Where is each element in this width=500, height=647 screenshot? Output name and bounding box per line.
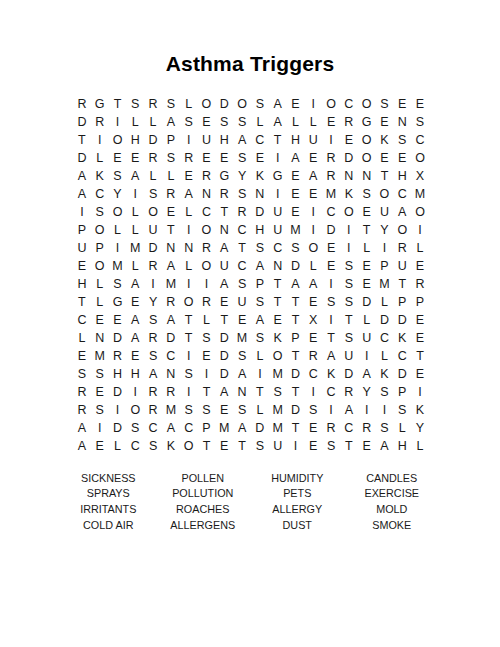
grid-cell-r4c11[interactable]: E (251, 149, 269, 167)
grid-cell-r14c8[interactable]: S (198, 329, 216, 347)
grid-cell-r4c19[interactable]: E (393, 149, 411, 167)
grid-cell-r2c5[interactable]: L (144, 113, 162, 131)
grid-cell-r10c1[interactable]: E (73, 257, 91, 275)
grid-cell-r11c11[interactable]: P (251, 275, 269, 293)
grid-cell-r1c20[interactable]: E (411, 95, 429, 113)
grid-cell-r1c12[interactable]: A (269, 95, 287, 113)
grid-cell-r12c7[interactable]: O (180, 293, 198, 311)
grid-cell-r10c15[interactable]: E (322, 257, 340, 275)
grid-cell-r11c12[interactable]: T (269, 275, 287, 293)
grid-cell-r1c15[interactable]: O (322, 95, 340, 113)
grid-cell-r5c20[interactable]: X (411, 167, 429, 185)
grid-cell-r2c18[interactable]: E (376, 113, 394, 131)
grid-cell-r15c1[interactable]: E (73, 347, 91, 365)
grid-cell-r19c15[interactable]: R (322, 419, 340, 437)
grid-cell-r18c11[interactable]: L (251, 401, 269, 419)
grid-cell-r17c10[interactable]: N (233, 383, 251, 401)
grid-cell-r14c20[interactable]: E (411, 329, 429, 347)
grid-cell-r14c7[interactable]: T (180, 329, 198, 347)
grid-cell-r20c4[interactable]: C (126, 437, 144, 455)
grid-cell-r16c8[interactable]: I (198, 365, 216, 383)
grid-cell-r2c12[interactable]: A (269, 113, 287, 131)
grid-cell-r9c4[interactable]: M (126, 239, 144, 257)
grid-cell-r15c18[interactable]: L (376, 347, 394, 365)
grid-cell-r12c3[interactable]: G (109, 293, 127, 311)
grid-cell-r5c16[interactable]: N (340, 167, 358, 185)
grid-cell-r8c15[interactable]: D (322, 221, 340, 239)
grid-cell-r2c17[interactable]: G (358, 113, 376, 131)
grid-cell-r18c3[interactable]: I (109, 401, 127, 419)
grid-cell-r7c8[interactable]: C (198, 203, 216, 221)
grid-cell-r7c19[interactable]: A (393, 203, 411, 221)
grid-cell-r12c19[interactable]: P (393, 293, 411, 311)
grid-cell-r8c16[interactable]: I (340, 221, 358, 239)
grid-cell-r16c2[interactable]: S (91, 365, 109, 383)
grid-cell-r9c1[interactable]: U (73, 239, 91, 257)
grid-cell-r3c9[interactable]: H (215, 131, 233, 149)
grid-cell-r4c8[interactable]: E (198, 149, 216, 167)
grid-cell-r8c2[interactable]: O (91, 221, 109, 239)
grid-cell-r14c11[interactable]: S (251, 329, 269, 347)
grid-cell-r4c13[interactable]: A (287, 149, 305, 167)
grid-cell-r19c12[interactable]: M (269, 419, 287, 437)
grid-cell-r1c14[interactable]: I (304, 95, 322, 113)
grid-cell-r18c13[interactable]: D (287, 401, 305, 419)
grid-cell-r16c5[interactable]: A (144, 365, 162, 383)
grid-cell-r5c9[interactable]: G (215, 167, 233, 185)
grid-cell-r12c6[interactable]: R (162, 293, 180, 311)
grid-cell-r17c1[interactable]: R (73, 383, 91, 401)
grid-cell-r20c10[interactable]: T (233, 437, 251, 455)
grid-cell-r3c4[interactable]: H (126, 131, 144, 149)
grid-cell-r11c9[interactable]: A (215, 275, 233, 293)
grid-cell-r16c7[interactable]: S (180, 365, 198, 383)
grid-cell-r16c10[interactable]: A (233, 365, 251, 383)
grid-cell-r11c7[interactable]: I (180, 275, 198, 293)
grid-cell-r16c12[interactable]: M (269, 365, 287, 383)
grid-cell-r14c1[interactable]: L (73, 329, 91, 347)
grid-cell-r14c10[interactable]: M (233, 329, 251, 347)
grid-cell-r17c13[interactable]: T (287, 383, 305, 401)
grid-cell-r2c8[interactable]: E (198, 113, 216, 131)
grid-cell-r3c16[interactable]: E (340, 131, 358, 149)
grid-cell-r14c17[interactable]: U (358, 329, 376, 347)
grid-cell-r9c5[interactable]: D (144, 239, 162, 257)
grid-cell-r10c13[interactable]: D (287, 257, 305, 275)
grid-cell-r20c7[interactable]: O (180, 437, 198, 455)
grid-cell-r17c8[interactable]: T (198, 383, 216, 401)
grid-cell-r12c5[interactable]: Y (144, 293, 162, 311)
grid-cell-r17c18[interactable]: S (376, 383, 394, 401)
grid-cell-r10c17[interactable]: E (358, 257, 376, 275)
grid-cell-r7c12[interactable]: U (269, 203, 287, 221)
grid-cell-r3c2[interactable]: I (91, 131, 109, 149)
grid-cell-r18c2[interactable]: S (91, 401, 109, 419)
grid-cell-r16c18[interactable]: K (376, 365, 394, 383)
grid-cell-r11c16[interactable]: S (340, 275, 358, 293)
grid-cell-r4c7[interactable]: R (180, 149, 198, 167)
grid-cell-r17c20[interactable]: I (411, 383, 429, 401)
grid-cell-r1c5[interactable]: R (144, 95, 162, 113)
grid-cell-r8c7[interactable]: I (180, 221, 198, 239)
grid-cell-r12c4[interactable]: E (126, 293, 144, 311)
grid-cell-r19c7[interactable]: C (180, 419, 198, 437)
grid-cell-r9c13[interactable]: S (287, 239, 305, 257)
grid-cell-r7c15[interactable]: C (322, 203, 340, 221)
grid-cell-r1c1[interactable]: R (73, 95, 91, 113)
grid-cell-r2c15[interactable]: E (322, 113, 340, 131)
grid-cell-r7c16[interactable]: O (340, 203, 358, 221)
grid-cell-r20c8[interactable]: T (198, 437, 216, 455)
grid-cell-r16c19[interactable]: D (393, 365, 411, 383)
grid-cell-r11c2[interactable]: L (91, 275, 109, 293)
grid-cell-r7c11[interactable]: D (251, 203, 269, 221)
grid-cell-r18c6[interactable]: M (162, 401, 180, 419)
grid-cell-r12c15[interactable]: S (322, 293, 340, 311)
grid-cell-r15c5[interactable]: S (144, 347, 162, 365)
grid-cell-r20c15[interactable]: S (322, 437, 340, 455)
grid-cell-r17c19[interactable]: P (393, 383, 411, 401)
grid-cell-r17c14[interactable]: I (304, 383, 322, 401)
grid-cell-r12c18[interactable]: L (376, 293, 394, 311)
grid-cell-r20c13[interactable]: I (287, 437, 305, 455)
grid-cell-r8c10[interactable]: C (233, 221, 251, 239)
grid-cell-r3c15[interactable]: I (322, 131, 340, 149)
grid-cell-r6c11[interactable]: N (251, 185, 269, 203)
grid-cell-r20c11[interactable]: S (251, 437, 269, 455)
grid-cell-r5c3[interactable]: S (109, 167, 127, 185)
grid-cell-r6c13[interactable]: E (287, 185, 305, 203)
grid-cell-r16c17[interactable]: A (358, 365, 376, 383)
grid-cell-r19c20[interactable]: Y (411, 419, 429, 437)
grid-cell-r2c16[interactable]: R (340, 113, 358, 131)
grid-cell-r7c20[interactable]: O (411, 203, 429, 221)
grid-cell-r19c10[interactable]: A (233, 419, 251, 437)
grid-cell-r9c19[interactable]: R (393, 239, 411, 257)
grid-cell-r3c14[interactable]: U (304, 131, 322, 149)
grid-cell-r18c14[interactable]: S (304, 401, 322, 419)
grid-cell-r19c5[interactable]: C (144, 419, 162, 437)
grid-cell-r17c15[interactable]: C (322, 383, 340, 401)
grid-cell-r19c13[interactable]: T (287, 419, 305, 437)
grid-cell-r20c14[interactable]: E (304, 437, 322, 455)
grid-cell-r18c16[interactable]: A (340, 401, 358, 419)
grid-cell-r6c6[interactable]: R (162, 185, 180, 203)
grid-cell-r8c9[interactable]: N (215, 221, 233, 239)
grid-cell-r13c5[interactable]: S (144, 311, 162, 329)
grid-cell-r19c2[interactable]: I (91, 419, 109, 437)
grid-cell-r15c20[interactable]: T (411, 347, 429, 365)
grid-cell-r8c11[interactable]: H (251, 221, 269, 239)
grid-cell-r13c15[interactable]: I (322, 311, 340, 329)
grid-cell-r5c2[interactable]: K (91, 167, 109, 185)
grid-cell-r17c7[interactable]: I (180, 383, 198, 401)
grid-cell-r5c5[interactable]: L (144, 167, 162, 185)
grid-cell-r10c5[interactable]: R (144, 257, 162, 275)
grid-cell-r14c4[interactable]: A (126, 329, 144, 347)
grid-cell-r7c4[interactable]: L (126, 203, 144, 221)
grid-cell-r13c1[interactable]: C (73, 311, 91, 329)
grid-cell-r11c19[interactable]: T (393, 275, 411, 293)
grid-cell-r17c6[interactable]: R (162, 383, 180, 401)
grid-cell-r6c20[interactable]: M (411, 185, 429, 203)
grid-cell-r17c2[interactable]: E (91, 383, 109, 401)
grid-cell-r1c18[interactable]: S (376, 95, 394, 113)
grid-cell-r11c17[interactable]: E (358, 275, 376, 293)
grid-cell-r4c9[interactable]: E (215, 149, 233, 167)
grid-cell-r12c14[interactable]: E (304, 293, 322, 311)
grid-cell-r1c11[interactable]: S (251, 95, 269, 113)
grid-cell-r16c9[interactable]: D (215, 365, 233, 383)
grid-cell-r15c19[interactable]: C (393, 347, 411, 365)
grid-cell-r8c5[interactable]: U (144, 221, 162, 239)
grid-cell-r19c9[interactable]: M (215, 419, 233, 437)
grid-cell-r2c11[interactable]: L (251, 113, 269, 131)
grid-cell-r9c10[interactable]: T (233, 239, 251, 257)
grid-cell-r16c15[interactable]: K (322, 365, 340, 383)
grid-cell-r14c15[interactable]: T (322, 329, 340, 347)
grid-cell-r12c16[interactable]: S (340, 293, 358, 311)
grid-cell-r1c13[interactable]: E (287, 95, 305, 113)
grid-cell-r8c19[interactable]: O (393, 221, 411, 239)
grid-cell-r17c12[interactable]: S (269, 383, 287, 401)
grid-cell-r20c9[interactable]: E (215, 437, 233, 455)
grid-cell-r2c20[interactable]: S (411, 113, 429, 131)
grid-cell-r7c5[interactable]: O (144, 203, 162, 221)
grid-cell-r19c8[interactable]: P (198, 419, 216, 437)
grid-cell-r20c2[interactable]: E (91, 437, 109, 455)
grid-cell-r5c17[interactable]: N (358, 167, 376, 185)
grid-cell-r13c18[interactable]: D (376, 311, 394, 329)
grid-cell-r11c15[interactable]: I (322, 275, 340, 293)
grid-cell-r16c16[interactable]: D (340, 365, 358, 383)
grid-cell-r18c17[interactable]: I (358, 401, 376, 419)
grid-cell-r5c4[interactable]: A (126, 167, 144, 185)
grid-cell-r9c7[interactable]: N (180, 239, 198, 257)
grid-cell-r4c5[interactable]: R (144, 149, 162, 167)
grid-cell-r18c8[interactable]: S (198, 401, 216, 419)
grid-cell-r15c6[interactable]: C (162, 347, 180, 365)
grid-cell-r3c10[interactable]: A (233, 131, 251, 149)
grid-cell-r17c9[interactable]: A (215, 383, 233, 401)
grid-cell-r3c17[interactable]: O (358, 131, 376, 149)
grid-cell-r18c18[interactable]: I (376, 401, 394, 419)
grid-cell-r11c20[interactable]: R (411, 275, 429, 293)
grid-cell-r20c20[interactable]: L (411, 437, 429, 455)
grid-cell-r15c10[interactable]: S (233, 347, 251, 365)
grid-cell-r14c2[interactable]: N (91, 329, 109, 347)
grid-cell-r7c6[interactable]: E (162, 203, 180, 221)
grid-cell-r14c12[interactable]: K (269, 329, 287, 347)
grid-cell-r18c1[interactable]: R (73, 401, 91, 419)
grid-cell-r16c3[interactable]: H (109, 365, 127, 383)
grid-cell-r8c8[interactable]: O (198, 221, 216, 239)
grid-cell-r10c10[interactable]: C (233, 257, 251, 275)
grid-cell-r6c12[interactable]: I (269, 185, 287, 203)
grid-cell-r2c9[interactable]: S (215, 113, 233, 131)
grid-cell-r13c12[interactable]: E (269, 311, 287, 329)
grid-cell-r11c13[interactable]: A (287, 275, 305, 293)
grid-cell-r5c10[interactable]: Y (233, 167, 251, 185)
grid-cell-r2c13[interactable]: L (287, 113, 305, 131)
grid-cell-r19c6[interactable]: A (162, 419, 180, 437)
grid-cell-r3c5[interactable]: D (144, 131, 162, 149)
grid-cell-r4c2[interactable]: L (91, 149, 109, 167)
grid-cell-r3c19[interactable]: S (393, 131, 411, 149)
grid-cell-r9c17[interactable]: L (358, 239, 376, 257)
grid-cell-r11c10[interactable]: S (233, 275, 251, 293)
grid-cell-r14c18[interactable]: C (376, 329, 394, 347)
grid-cell-r4c20[interactable]: O (411, 149, 429, 167)
grid-cell-r15c3[interactable]: R (109, 347, 127, 365)
grid-cell-r14c6[interactable]: D (162, 329, 180, 347)
grid-cell-r4c1[interactable]: D (73, 149, 91, 167)
grid-cell-r1c8[interactable]: O (198, 95, 216, 113)
grid-cell-r7c2[interactable]: S (91, 203, 109, 221)
grid-cell-r7c9[interactable]: T (215, 203, 233, 221)
grid-cell-r15c7[interactable]: I (180, 347, 198, 365)
grid-cell-r15c4[interactable]: E (126, 347, 144, 365)
grid-cell-r10c3[interactable]: M (109, 257, 127, 275)
grid-cell-r13c7[interactable]: T (180, 311, 198, 329)
grid-cell-r6c10[interactable]: S (233, 185, 251, 203)
grid-cell-r14c3[interactable]: D (109, 329, 127, 347)
grid-cell-r7c3[interactable]: O (109, 203, 127, 221)
grid-cell-r9c18[interactable]: I (376, 239, 394, 257)
grid-cell-r20c3[interactable]: L (109, 437, 127, 455)
grid-cell-r13c6[interactable]: A (162, 311, 180, 329)
grid-cell-r12c11[interactable]: S (251, 293, 269, 311)
grid-cell-r2c2[interactable]: R (91, 113, 109, 131)
grid-cell-r15c16[interactable]: U (340, 347, 358, 365)
grid-cell-r4c10[interactable]: S (233, 149, 251, 167)
grid-cell-r5c6[interactable]: L (162, 167, 180, 185)
grid-cell-r1c6[interactable]: S (162, 95, 180, 113)
grid-cell-r7c18[interactable]: U (376, 203, 394, 221)
grid-cell-r20c12[interactable]: U (269, 437, 287, 455)
grid-cell-r10c16[interactable]: S (340, 257, 358, 275)
grid-cell-r20c18[interactable]: A (376, 437, 394, 455)
grid-cell-r4c14[interactable]: E (304, 149, 322, 167)
grid-cell-r17c11[interactable]: T (251, 383, 269, 401)
grid-cell-r5c8[interactable]: R (198, 167, 216, 185)
grid-cell-r15c14[interactable]: R (304, 347, 322, 365)
grid-cell-r9c6[interactable]: N (162, 239, 180, 257)
grid-cell-r18c7[interactable]: S (180, 401, 198, 419)
grid-cell-r1c16[interactable]: C (340, 95, 358, 113)
grid-cell-r4c6[interactable]: S (162, 149, 180, 167)
grid-cell-r10c8[interactable]: O (198, 257, 216, 275)
grid-cell-r12c20[interactable]: P (411, 293, 429, 311)
grid-cell-r15c8[interactable]: E (198, 347, 216, 365)
grid-cell-r12c13[interactable]: T (287, 293, 305, 311)
grid-cell-r10c4[interactable]: L (126, 257, 144, 275)
grid-cell-r10c20[interactable]: E (411, 257, 429, 275)
grid-cell-r9c15[interactable]: E (322, 239, 340, 257)
grid-cell-r5c7[interactable]: E (180, 167, 198, 185)
grid-cell-r6c14[interactable]: E (304, 185, 322, 203)
grid-cell-r10c18[interactable]: P (376, 257, 394, 275)
grid-cell-r17c17[interactable]: Y (358, 383, 376, 401)
grid-cell-r4c15[interactable]: R (322, 149, 340, 167)
grid-cell-r19c3[interactable]: D (109, 419, 127, 437)
grid-cell-r8c17[interactable]: T (358, 221, 376, 239)
grid-cell-r5c14[interactable]: A (304, 167, 322, 185)
grid-cell-r2c14[interactable]: L (304, 113, 322, 131)
grid-cell-r6c18[interactable]: O (376, 185, 394, 203)
grid-cell-r5c18[interactable]: T (376, 167, 394, 185)
grid-cell-r18c20[interactable]: K (411, 401, 429, 419)
grid-cell-r19c18[interactable]: S (376, 419, 394, 437)
grid-cell-r4c18[interactable]: E (376, 149, 394, 167)
grid-cell-r19c11[interactable]: D (251, 419, 269, 437)
grid-cell-r6c15[interactable]: M (322, 185, 340, 203)
grid-cell-r3c18[interactable]: K (376, 131, 394, 149)
grid-cell-r18c5[interactable]: R (144, 401, 162, 419)
grid-cell-r3c3[interactable]: O (109, 131, 127, 149)
grid-cell-r7c7[interactable]: L (180, 203, 198, 221)
grid-cell-r8c18[interactable]: Y (376, 221, 394, 239)
grid-cell-r10c12[interactable]: N (269, 257, 287, 275)
grid-cell-r5c15[interactable]: R (322, 167, 340, 185)
grid-cell-r4c4[interactable]: E (126, 149, 144, 167)
grid-cell-r8c20[interactable]: I (411, 221, 429, 239)
grid-cell-r13c4[interactable]: A (126, 311, 144, 329)
grid-cell-r17c3[interactable]: D (109, 383, 127, 401)
grid-cell-r6c7[interactable]: A (180, 185, 198, 203)
grid-cell-r20c5[interactable]: S (144, 437, 162, 455)
grid-cell-r11c14[interactable]: A (304, 275, 322, 293)
grid-cell-r20c6[interactable]: K (162, 437, 180, 455)
grid-cell-r17c16[interactable]: R (340, 383, 358, 401)
grid-cell-r1c17[interactable]: O (358, 95, 376, 113)
grid-cell-r10c14[interactable]: L (304, 257, 322, 275)
grid-cell-r13c9[interactable]: T (215, 311, 233, 329)
grid-cell-r8c14[interactable]: I (304, 221, 322, 239)
grid-cell-r18c9[interactable]: E (215, 401, 233, 419)
grid-cell-r16c1[interactable]: S (73, 365, 91, 383)
grid-cell-r4c3[interactable]: E (109, 149, 127, 167)
grid-cell-r8c13[interactable]: M (287, 221, 305, 239)
grid-cell-r11c3[interactable]: S (109, 275, 127, 293)
grid-cell-r19c17[interactable]: R (358, 419, 376, 437)
grid-cell-r13c10[interactable]: E (233, 311, 251, 329)
grid-cell-r20c16[interactable]: T (340, 437, 358, 455)
grid-cell-r19c1[interactable]: A (73, 419, 91, 437)
grid-cell-r5c12[interactable]: G (269, 167, 287, 185)
grid-cell-r4c17[interactable]: O (358, 149, 376, 167)
grid-cell-r9c20[interactable]: L (411, 239, 429, 257)
grid-cell-r12c17[interactable]: D (358, 293, 376, 311)
grid-cell-r14c16[interactable]: S (340, 329, 358, 347)
grid-cell-r10c6[interactable]: A (162, 257, 180, 275)
grid-cell-r9c16[interactable]: I (340, 239, 358, 257)
grid-cell-r12c2[interactable]: L (91, 293, 109, 311)
grid-cell-r1c4[interactable]: S (126, 95, 144, 113)
grid-cell-r1c7[interactable]: L (180, 95, 198, 113)
grid-cell-r13c13[interactable]: T (287, 311, 305, 329)
grid-cell-r13c3[interactable]: E (109, 311, 127, 329)
grid-cell-r3c7[interactable]: I (180, 131, 198, 149)
grid-cell-r13c11[interactable]: A (251, 311, 269, 329)
grid-cell-r13c17[interactable]: L (358, 311, 376, 329)
grid-cell-r1c9[interactable]: D (215, 95, 233, 113)
grid-cell-r2c10[interactable]: S (233, 113, 251, 131)
grid-cell-r9c14[interactable]: O (304, 239, 322, 257)
grid-cell-r15c15[interactable]: A (322, 347, 340, 365)
grid-cell-r15c17[interactable]: I (358, 347, 376, 365)
grid-cell-r5c11[interactable]: K (251, 167, 269, 185)
